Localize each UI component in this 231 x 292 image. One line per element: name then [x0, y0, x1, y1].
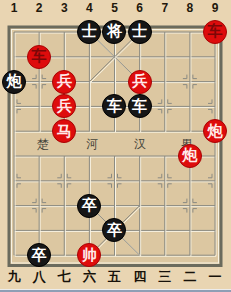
piece-black-soldier[interactable]: 卒 — [27, 243, 51, 267]
file-label-bottom-1: 九 — [5, 270, 23, 284]
piece-red-soldier[interactable]: 兵 — [52, 94, 76, 118]
piece-black-chariot[interactable]: 车 — [128, 94, 152, 118]
piece-black-general[interactable]: 将 — [102, 20, 126, 44]
file-label-bottom-5: 五 — [106, 270, 124, 284]
file-label-bottom-7: 三 — [156, 270, 174, 284]
piece-red-cannon[interactable]: 炮 — [178, 144, 202, 168]
piece-black-cannon[interactable]: 炮 — [2, 70, 26, 94]
file-label-bottom-8: 二 — [181, 270, 199, 284]
piece-red-soldier[interactable]: 兵 — [128, 70, 152, 94]
piece-black-advisor[interactable]: 士 — [128, 20, 152, 44]
file-label-bottom-6: 四 — [131, 270, 149, 284]
piece-red-chariot[interactable]: 车 — [27, 45, 51, 69]
piece-red-horse[interactable]: 马 — [52, 119, 76, 143]
piece-red-soldier[interactable]: 兵 — [52, 70, 76, 94]
file-label-bottom-4: 六 — [80, 270, 98, 284]
piece-black-soldier[interactable]: 卒 — [77, 194, 101, 218]
xiangqi-app-window: 123456789 楚河汉界 士将士车车炮兵兵兵车车马炮炮卒卒卒帅 九八七六五四… — [0, 0, 231, 292]
pieces-layer: 士将士车车炮兵兵兵车车马炮炮卒卒卒帅 — [1, 20, 227, 268]
file-label-bottom-9: 一 — [206, 270, 224, 284]
piece-red-general[interactable]: 帅 — [77, 243, 101, 267]
piece-red-cannon[interactable]: 炮 — [203, 119, 227, 143]
piece-black-soldier[interactable]: 卒 — [102, 218, 126, 242]
piece-red-chariot[interactable]: 车 — [203, 20, 227, 44]
piece-black-advisor[interactable]: 士 — [77, 20, 101, 44]
piece-black-chariot[interactable]: 车 — [102, 94, 126, 118]
file-label-bottom-3: 七 — [55, 270, 73, 284]
file-label-bottom-2: 八 — [30, 270, 48, 284]
